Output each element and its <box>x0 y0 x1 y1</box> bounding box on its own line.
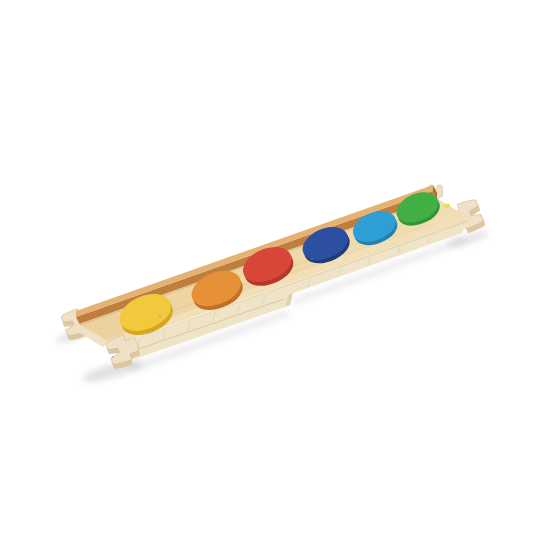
balance-beam <box>60 185 486 371</box>
product-photo <box>0 0 533 533</box>
scene-svg <box>0 0 533 533</box>
